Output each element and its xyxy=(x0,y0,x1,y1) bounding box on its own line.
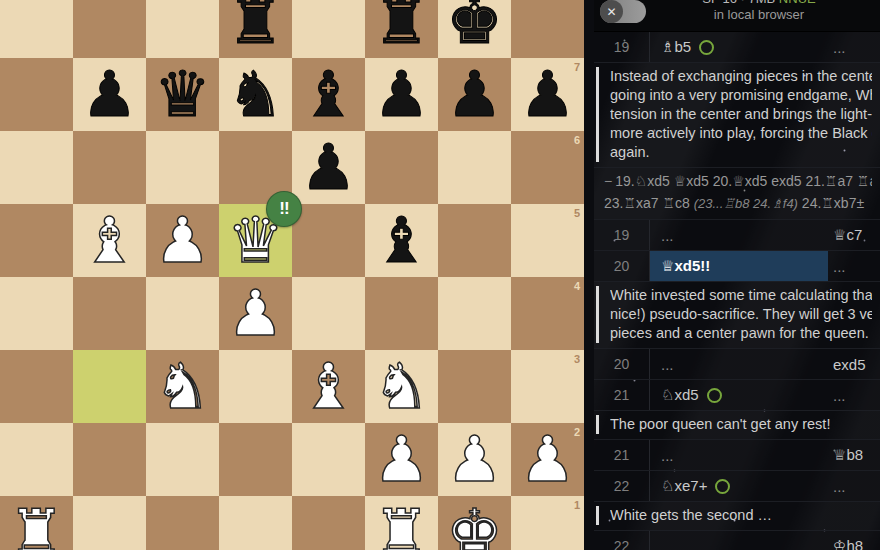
black-move[interactable]: ... xyxy=(828,380,880,410)
square-c4[interactable] xyxy=(146,277,219,350)
square-g8[interactable]: ♚ xyxy=(438,0,511,58)
white-bishop[interactable]: ♝ xyxy=(300,350,356,423)
board: ♜♜♚♟♛♞♝♟♟♟♟♝♟♛♝♟♞♝♞♟♟♟♜♜♚12345678!! xyxy=(0,0,584,550)
comment-bar xyxy=(596,415,599,434)
comment-line: The poor queen can't get any rest! xyxy=(610,415,872,434)
engine-bar: ✕ SF 16 · 7MB NNUE in local browser xyxy=(594,0,880,32)
white-pawn[interactable]: ♟ xyxy=(154,204,210,277)
move-row: 22...♔h8 xyxy=(594,531,880,550)
variation-text: 23.♖xa7 ♖c8 (23...♖b8 24.♗f4) 24.♖xb7± xyxy=(604,192,872,215)
move-row: 21...♕b8 xyxy=(594,440,880,471)
square-e8[interactable] xyxy=(292,0,365,58)
black-queen[interactable]: ♛ xyxy=(154,58,210,131)
comment-line: White gets the second … xyxy=(610,506,872,525)
move-san: ♔h8 xyxy=(833,537,863,550)
move-row: 20...exd5 xyxy=(594,349,880,380)
square-g3[interactable] xyxy=(438,350,511,423)
move-row: 19♗b5... xyxy=(594,32,880,63)
square-e7[interactable]: ♝ xyxy=(292,58,365,131)
black-bishop[interactable]: ♝ xyxy=(373,204,429,277)
black-pawn[interactable]: ♟ xyxy=(300,131,356,204)
move-san: ... xyxy=(833,39,846,56)
move-number: 22 xyxy=(594,471,650,501)
black-king[interactable]: ♚ xyxy=(446,0,502,58)
move-san: ♗b5 xyxy=(661,38,691,56)
square-b7[interactable]: ♟ xyxy=(73,58,146,131)
variation-dash-icon: − xyxy=(604,173,612,189)
move-san: ♕c7 xyxy=(833,226,862,244)
white-move[interactable]: ... xyxy=(650,440,828,470)
square-a1[interactable]: ♜ xyxy=(0,496,73,550)
shape-circle-icon xyxy=(707,388,722,403)
white-move[interactable]: ♘xd5 xyxy=(650,380,828,410)
move-number: 20 xyxy=(594,349,650,379)
square-d7[interactable]: ♞ xyxy=(219,58,292,131)
rank-label-4: 4 xyxy=(574,280,580,292)
square-b1[interactable] xyxy=(73,496,146,550)
square-e4[interactable] xyxy=(292,277,365,350)
square-d3[interactable] xyxy=(219,350,292,423)
square-a6[interactable] xyxy=(0,131,73,204)
move-row: 21♘xd5... xyxy=(594,380,880,411)
variation-moves: 24.♖xb7± xyxy=(798,195,864,211)
move-list: 19♗b5...Instead of exchanging pieces in … xyxy=(594,32,880,550)
comment-line: more actively into play, forcing the Bla… xyxy=(610,124,872,143)
comment-line: nice!) pseudo-sacrifice. They will get 3… xyxy=(610,305,872,324)
black-pawn[interactable]: ♟ xyxy=(373,58,429,131)
move-san: ♕b8 xyxy=(833,446,863,464)
move-san: ... xyxy=(661,538,674,550)
black-knight[interactable]: ♞ xyxy=(227,58,283,131)
black-move[interactable]: ... xyxy=(828,471,880,501)
square-d2[interactable] xyxy=(219,423,292,496)
black-rook[interactable]: ♜ xyxy=(227,0,283,58)
move-number: 21 xyxy=(594,440,650,470)
square-g5[interactable] xyxy=(438,204,511,277)
move-number: 20 xyxy=(594,251,650,281)
comment-bar xyxy=(596,286,599,343)
white-move[interactable]: ♗b5 xyxy=(650,32,828,62)
comment-line: again. xyxy=(610,143,872,162)
brilliant-move-badge: !! xyxy=(266,191,302,227)
square-c3[interactable]: ♞ xyxy=(146,350,219,423)
square-a4[interactable] xyxy=(0,277,73,350)
white-pawn[interactable]: ♟ xyxy=(227,277,283,350)
square-g6[interactable] xyxy=(438,131,511,204)
black-move[interactable]: ♕b8 xyxy=(828,440,880,470)
nnue-label: NNUE xyxy=(779,0,816,6)
square-b3[interactable] xyxy=(73,350,146,423)
square-f5[interactable]: ♝ xyxy=(365,204,438,277)
rank-label-6: 6 xyxy=(574,134,580,146)
square-g7[interactable]: ♟ xyxy=(438,58,511,131)
square-f6[interactable] xyxy=(365,131,438,204)
comment-line: pieces and a center pawn for the queen. xyxy=(610,324,872,343)
square-e5[interactable] xyxy=(292,204,365,277)
square-d8[interactable]: ♜ xyxy=(219,0,292,58)
white-rook[interactable]: ♜ xyxy=(373,496,429,550)
comment-bar xyxy=(596,506,599,525)
square-a5[interactable] xyxy=(0,204,73,277)
comment-line: White invested some time calculating tha… xyxy=(610,286,872,305)
white-move[interactable]: ♕xd5!! xyxy=(650,251,828,281)
engine-location: in local browser xyxy=(664,7,854,23)
move-san: ♕xd5!! xyxy=(661,257,710,275)
square-a2[interactable] xyxy=(0,423,73,496)
move-number: 19 xyxy=(594,220,650,250)
square-d4[interactable]: ♟ xyxy=(219,277,292,350)
white-knight[interactable]: ♞ xyxy=(373,350,429,423)
square-c2[interactable] xyxy=(146,423,219,496)
square-b8[interactable] xyxy=(73,0,146,58)
white-move[interactable]: ... xyxy=(650,531,828,550)
square-h8[interactable] xyxy=(511,0,584,58)
move-row: 22♘xe7+... xyxy=(594,471,880,502)
comment-bar xyxy=(596,67,599,162)
square-f1[interactable]: ♜ xyxy=(365,496,438,550)
engine-toggle[interactable]: ✕ xyxy=(600,0,646,23)
square-e2[interactable] xyxy=(292,423,365,496)
move-san: ... xyxy=(661,356,674,373)
white-pawn[interactable]: ♟ xyxy=(373,423,429,496)
square-d1[interactable] xyxy=(219,496,292,550)
square-b6[interactable] xyxy=(73,131,146,204)
shape-circle-icon xyxy=(715,479,730,494)
square-b2[interactable] xyxy=(73,423,146,496)
square-g1[interactable]: ♚ xyxy=(438,496,511,550)
black-move[interactable]: exd5 xyxy=(828,349,880,379)
square-c5[interactable]: ♟ xyxy=(146,204,219,277)
square-c6[interactable] xyxy=(146,131,219,204)
square-e1[interactable] xyxy=(292,496,365,550)
white-rook[interactable]: ♜ xyxy=(8,496,64,550)
square-c8[interactable] xyxy=(146,0,219,58)
move-san: ... xyxy=(833,478,846,495)
move-san: ... xyxy=(833,258,846,275)
black-move[interactable]: ... xyxy=(828,32,880,62)
move-san: ... xyxy=(661,227,674,244)
move-number: 19 xyxy=(594,32,650,62)
square-a8[interactable] xyxy=(0,0,73,58)
comment: Instead of exchanging pieces in the cent… xyxy=(594,63,880,168)
variation-subline: (23...♖b8 24.♗f4) xyxy=(694,196,798,211)
white-king[interactable]: ♚ xyxy=(446,496,502,550)
square-b4[interactable] xyxy=(73,277,146,350)
square-g2[interactable]: ♟ xyxy=(438,423,511,496)
close-icon: ✕ xyxy=(606,5,616,19)
analysis-screen: ♜♜♚♟♛♞♝♟♟♟♟♝♟♛♝♟♞♝♞♟♟♟♜♜♚12345678!! ✕ SF… xyxy=(0,0,880,550)
square-e3[interactable]: ♝ xyxy=(292,350,365,423)
move-number: 22 xyxy=(594,531,650,550)
comment: The poor queen can't get any rest! xyxy=(594,411,880,440)
square-f2[interactable]: ♟ xyxy=(365,423,438,496)
square-c7[interactable]: ♛ xyxy=(146,58,219,131)
white-move[interactable]: ... xyxy=(650,220,828,250)
comment-line: tension in the center and brings the lig… xyxy=(610,105,872,124)
square-f7[interactable]: ♟ xyxy=(365,58,438,131)
comment: White gets the second … xyxy=(594,502,880,531)
square-a3[interactable] xyxy=(0,350,73,423)
shape-circle-icon xyxy=(699,40,714,55)
rank-label-5: 5 xyxy=(574,207,580,219)
square-a7[interactable] xyxy=(0,58,73,131)
white-bishop[interactable]: ♝ xyxy=(81,204,137,277)
move-san: ... xyxy=(833,387,846,404)
move-san: ♘xd5 xyxy=(661,386,699,404)
move-san: exd5 xyxy=(833,356,866,373)
white-move[interactable]: ♘xe7+ xyxy=(650,471,828,501)
square-f8[interactable]: ♜ xyxy=(365,0,438,58)
white-move[interactable]: ... xyxy=(650,349,828,379)
rank-label-3: 3 xyxy=(574,353,580,365)
variation-moves: 23.♖xa7 ♖c8 xyxy=(604,195,694,211)
square-c1[interactable] xyxy=(146,496,219,550)
black-move[interactable]: ♕c7 xyxy=(828,220,880,250)
white-pawn[interactable]: ♟ xyxy=(519,423,575,496)
black-move[interactable]: ... xyxy=(828,251,880,281)
black-move[interactable]: ♔h8 xyxy=(828,531,880,550)
comment-line: going into a very promising endgame, Whi… xyxy=(610,86,872,105)
black-pawn[interactable]: ♟ xyxy=(519,58,575,131)
variation-line[interactable]: −19.♘xd5 ♕xd5 20.♕xd5 exd5 21.♖a7 ♖a823.… xyxy=(594,168,880,220)
white-knight[interactable]: ♞ xyxy=(154,350,210,423)
black-bishop[interactable]: ♝ xyxy=(300,58,356,131)
rank-label-1: 1 xyxy=(574,499,580,511)
engine-name: SF 16 · 7MB NNUE xyxy=(664,0,854,7)
rank-label-2: 2 xyxy=(574,426,580,438)
analysis-panel: ✕ SF 16 · 7MB NNUE in local browser 19♗b… xyxy=(594,0,880,550)
black-rook[interactable]: ♜ xyxy=(373,0,429,58)
move-san: ... xyxy=(661,447,674,464)
black-pawn[interactable]: ♟ xyxy=(81,58,137,131)
square-f3[interactable]: ♞ xyxy=(365,350,438,423)
white-pawn[interactable]: ♟ xyxy=(446,423,502,496)
rank-label-7: 7 xyxy=(574,61,580,73)
square-b5[interactable]: ♝ xyxy=(73,204,146,277)
move-row: 20♕xd5!!... xyxy=(594,251,880,282)
black-pawn[interactable]: ♟ xyxy=(446,58,502,131)
square-e6[interactable]: ♟ xyxy=(292,131,365,204)
variation-text: −19.♘xd5 ♕xd5 20.♕xd5 exd5 21.♖a7 ♖a8 xyxy=(604,170,872,192)
comment: White invested some time calculating tha… xyxy=(594,282,880,349)
move-number: 21 xyxy=(594,380,650,410)
square-g4[interactable] xyxy=(438,277,511,350)
move-san: ♘xe7+ xyxy=(661,477,707,495)
move-row: 19...♕c7 xyxy=(594,220,880,251)
engine-toggle-knob[interactable]: ✕ xyxy=(600,0,623,23)
comment-line: Instead of exchanging pieces in the cent… xyxy=(610,67,872,86)
variation-moves: 19.♘xd5 ♕xd5 20.♕xd5 exd5 21.♖a7 ♖a8 xyxy=(615,173,872,189)
square-f4[interactable] xyxy=(365,277,438,350)
